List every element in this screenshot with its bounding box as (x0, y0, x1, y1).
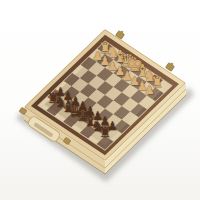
piece-white-pawn[interactable]: ♟ (144, 84, 155, 96)
piece-black-rook[interactable]: ♜ (99, 125, 112, 139)
product-photo-stage: ♜♞♝♛♚♝♞♜♟♟♟♟♟♟♟♟♟♟♟♟♟♟♟♟♜♞♝♛♚♝♞♜ (0, 0, 200, 200)
